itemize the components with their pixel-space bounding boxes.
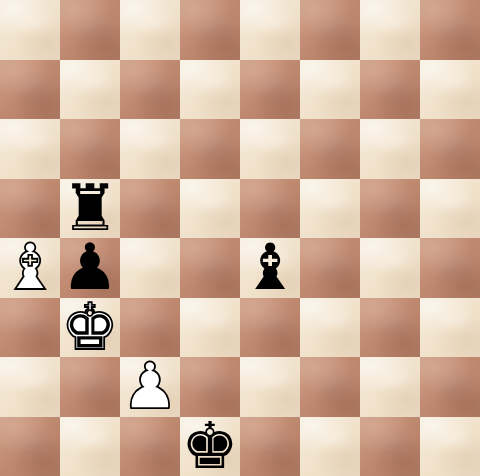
square-d1[interactable]: ♚ [180, 417, 240, 476]
square-e4[interactable]: ♝ [240, 238, 300, 298]
square-d8[interactable] [180, 0, 240, 60]
square-e7[interactable] [240, 60, 300, 120]
square-h5[interactable] [420, 179, 480, 239]
square-g6[interactable] [360, 119, 420, 179]
square-a4[interactable]: ♝ [0, 238, 60, 298]
square-c1[interactable] [120, 417, 180, 476]
square-b6[interactable] [60, 119, 120, 179]
square-f2[interactable] [300, 357, 360, 417]
square-a1[interactable] [0, 417, 60, 476]
square-c5[interactable] [120, 179, 180, 239]
square-h1[interactable] [420, 417, 480, 476]
square-h4[interactable] [420, 238, 480, 298]
square-e3[interactable] [240, 298, 300, 358]
square-a7[interactable] [0, 60, 60, 120]
square-g8[interactable] [360, 0, 420, 60]
square-e2[interactable] [240, 357, 300, 417]
square-f7[interactable] [300, 60, 360, 120]
square-h7[interactable] [420, 60, 480, 120]
square-e1[interactable] [240, 417, 300, 476]
square-g2[interactable] [360, 357, 420, 417]
square-d7[interactable] [180, 60, 240, 120]
square-b1[interactable] [60, 417, 120, 476]
square-g5[interactable] [360, 179, 420, 239]
square-b3[interactable]: ♚ [60, 298, 120, 358]
square-e8[interactable] [240, 0, 300, 60]
square-g4[interactable] [360, 238, 420, 298]
square-d3[interactable] [180, 298, 240, 358]
square-d5[interactable] [180, 179, 240, 239]
square-f1[interactable] [300, 417, 360, 476]
square-h8[interactable] [420, 0, 480, 60]
square-h6[interactable] [420, 119, 480, 179]
square-f8[interactable] [300, 0, 360, 60]
square-c8[interactable] [120, 0, 180, 60]
square-b4[interactable]: ♟ [60, 238, 120, 298]
square-g7[interactable] [360, 60, 420, 120]
square-c6[interactable] [120, 119, 180, 179]
square-g1[interactable] [360, 417, 420, 476]
square-h2[interactable] [420, 357, 480, 417]
piece-black-pawn[interactable]: ♟ [61, 238, 118, 298]
square-d6[interactable] [180, 119, 240, 179]
square-c7[interactable] [120, 60, 180, 120]
square-a6[interactable] [0, 119, 60, 179]
square-h3[interactable] [420, 298, 480, 358]
square-a2[interactable] [0, 357, 60, 417]
square-b8[interactable] [60, 0, 120, 60]
square-c2[interactable]: ♟ [120, 357, 180, 417]
piece-white-pawn[interactable]: ♟ [121, 357, 178, 417]
square-f4[interactable] [300, 238, 360, 298]
square-g3[interactable] [360, 298, 420, 358]
chess-board: ♜♝♟♝♚♟♚ [0, 0, 480, 476]
square-d2[interactable] [180, 357, 240, 417]
square-a3[interactable] [0, 298, 60, 358]
square-e6[interactable] [240, 119, 300, 179]
square-f6[interactable] [300, 119, 360, 179]
square-d4[interactable] [180, 238, 240, 298]
square-f5[interactable] [300, 179, 360, 239]
piece-black-bishop[interactable]: ♝ [241, 238, 298, 298]
piece-white-bishop[interactable]: ♝ [1, 238, 58, 298]
square-f3[interactable] [300, 298, 360, 358]
square-a8[interactable] [0, 0, 60, 60]
square-c4[interactable] [120, 238, 180, 298]
piece-black-king[interactable]: ♚ [181, 417, 238, 476]
square-b7[interactable] [60, 60, 120, 120]
square-b2[interactable] [60, 357, 120, 417]
piece-white-king[interactable]: ♚ [61, 298, 118, 358]
